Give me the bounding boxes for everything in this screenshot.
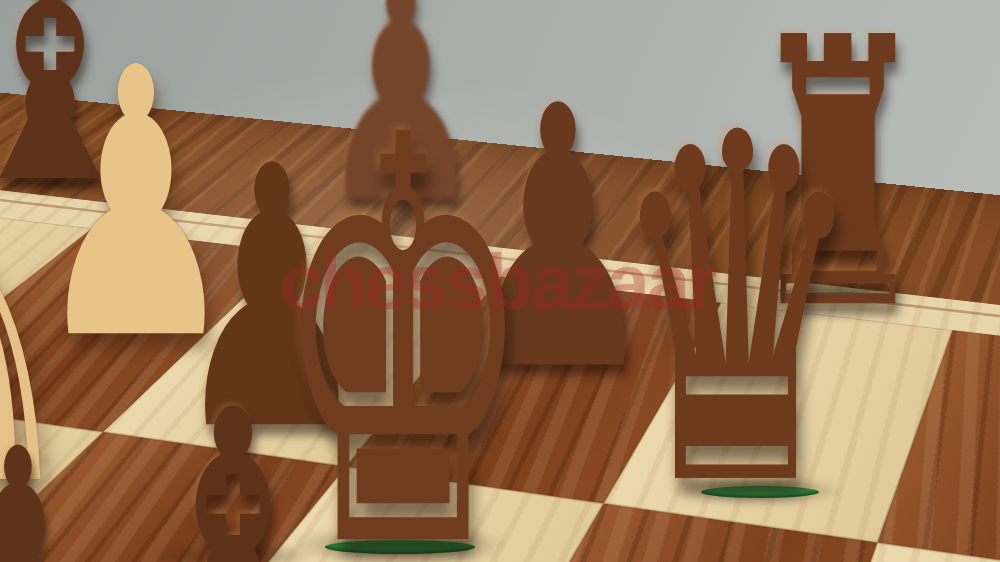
dark-queen[interactable]: ♛: [608, 72, 866, 552]
dark-bishop-partial[interactable]: ♝: [126, 365, 339, 562]
chess-photo-stage: ♟♝♜♟♟♟♞♛♚♝♟ chessbazaar: [0, 0, 1000, 562]
piece-layer: ♟♝♜♟♟♟♞♛♚♝♟: [0, 0, 1000, 562]
dark-pawn-partial[interactable]: ♟: [0, 412, 96, 562]
